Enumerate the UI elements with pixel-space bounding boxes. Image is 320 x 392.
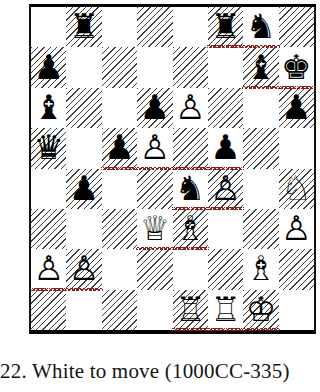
- square-a1: [31, 290, 66, 330]
- square-h5: [279, 128, 314, 168]
- square-e6: ♙: [173, 88, 208, 128]
- piece-black-pawn: ♟: [140, 90, 170, 124]
- piece-black-bishop: ♝: [33, 90, 63, 124]
- square-b6: [66, 88, 101, 128]
- chess-board-frame: ♜♜♞♟♝♚♝♟♙♟♛♟♙♟♟♞♙♘♕♗♙♙♙♗♖♖♔: [29, 4, 316, 334]
- square-c1: [102, 290, 137, 330]
- square-c2: [102, 249, 137, 289]
- square-g1: ♔: [243, 290, 278, 330]
- square-e1: ♖: [173, 290, 208, 330]
- square-c7: [102, 47, 137, 87]
- square-h7: ♚: [279, 47, 314, 87]
- square-e4: ♞: [173, 169, 208, 209]
- square-f4: ♙: [208, 169, 243, 209]
- square-g3: [243, 209, 278, 249]
- piece-white-queen: ♕: [140, 211, 170, 245]
- piece-white-pawn: ♙: [281, 211, 311, 245]
- scan-artifact-underline: [207, 207, 244, 210]
- scan-artifact-underline: [172, 207, 209, 210]
- square-a2: ♙: [31, 249, 66, 289]
- piece-white-pawn: ♙: [210, 171, 240, 205]
- piece-white-rook: ♖: [210, 292, 240, 326]
- piece-white-pawn: ♙: [175, 90, 205, 124]
- square-f2: [208, 249, 243, 289]
- square-d5: ♙: [137, 128, 172, 168]
- piece-black-rook: ♜: [210, 9, 240, 43]
- square-g2: ♗: [243, 249, 278, 289]
- square-a5: ♛: [31, 128, 66, 168]
- square-b1: [66, 290, 101, 330]
- square-b8: ♜: [66, 7, 101, 47]
- piece-white-pawn: ♙: [33, 251, 63, 285]
- square-c4: [102, 169, 137, 209]
- piece-black-pawn: ♟: [210, 130, 240, 164]
- piece-black-knight: ♞: [175, 171, 205, 205]
- piece-white-pawn: ♙: [69, 251, 99, 285]
- square-a6: ♝: [31, 88, 66, 128]
- square-d3: ♕: [137, 209, 172, 249]
- square-d4: [137, 169, 172, 209]
- chess-board: ♜♜♞♟♝♚♝♟♙♟♛♟♙♟♟♞♙♘♕♗♙♙♙♗♖♖♔: [31, 7, 314, 330]
- square-c8: [102, 7, 137, 47]
- square-h2: [279, 249, 314, 289]
- square-g5: [243, 128, 278, 168]
- square-f3: [208, 209, 243, 249]
- scan-artifact-underline: [136, 167, 173, 170]
- square-g6: [243, 88, 278, 128]
- scan-artifact-underline: [242, 45, 279, 48]
- square-d2: [137, 249, 172, 289]
- puzzle-caption: 22. White to move (1000CC-335): [0, 359, 320, 384]
- piece-white-bishop: ♗: [246, 251, 276, 285]
- scan-artifact-underline: [207, 167, 244, 170]
- square-b2: ♙: [66, 249, 101, 289]
- piece-black-queen: ♛: [33, 130, 63, 164]
- scan-artifact-underline: [172, 247, 209, 250]
- scan-artifact-underline: [172, 167, 209, 170]
- scan-artifact-underline: [242, 86, 279, 89]
- piece-white-king: ♔: [246, 292, 276, 326]
- square-h1: [279, 290, 314, 330]
- piece-black-pawn: ♟: [69, 171, 99, 205]
- piece-white-pawn: ♙: [140, 130, 170, 164]
- square-d7: [137, 47, 172, 87]
- piece-black-knight: ♞: [246, 9, 276, 43]
- square-h6: ♟: [279, 88, 314, 128]
- square-f5: ♟: [208, 128, 243, 168]
- square-c3: [102, 209, 137, 249]
- piece-black-rook: ♜: [69, 9, 99, 43]
- scan-artifact-underline: [242, 328, 279, 331]
- square-b3: [66, 209, 101, 249]
- piece-white-knight: ♘: [281, 171, 311, 205]
- square-b7: [66, 47, 101, 87]
- scan-artifact-underline: [207, 45, 244, 48]
- square-a8: [31, 7, 66, 47]
- square-g4: [243, 169, 278, 209]
- square-d6: ♟: [137, 88, 172, 128]
- square-a4: [31, 169, 66, 209]
- square-e8: [173, 7, 208, 47]
- piece-black-pawn: ♟: [281, 90, 311, 124]
- square-d1: [137, 290, 172, 330]
- square-b4: ♟: [66, 169, 101, 209]
- scan-artifact-underline: [278, 86, 315, 89]
- piece-black-pawn: ♟: [104, 130, 134, 164]
- square-g8: ♞: [243, 7, 278, 47]
- scan-artifact-underline: [172, 328, 209, 331]
- square-h4: ♘: [279, 169, 314, 209]
- square-a3: [31, 209, 66, 249]
- square-e5: [173, 128, 208, 168]
- square-f8: ♜: [208, 7, 243, 47]
- square-b5: [66, 128, 101, 168]
- scan-artifact-underline: [207, 328, 244, 331]
- square-f7: [208, 47, 243, 87]
- square-d8: [137, 7, 172, 47]
- piece-black-king: ♚: [281, 50, 311, 84]
- square-e3: ♗: [173, 209, 208, 249]
- square-c5: ♟: [102, 128, 137, 168]
- piece-white-rook: ♖: [175, 292, 205, 326]
- piece-black-bishop: ♝: [246, 50, 276, 84]
- square-g7: ♝: [243, 47, 278, 87]
- square-f1: ♖: [208, 290, 243, 330]
- scan-artifact-underline: [30, 288, 67, 291]
- square-c6: [102, 88, 137, 128]
- scan-artifact-underline: [101, 167, 138, 170]
- piece-black-pawn: ♟: [33, 50, 63, 84]
- square-a7: ♟: [31, 47, 66, 87]
- piece-white-bishop: ♗: [175, 211, 205, 245]
- square-f6: [208, 88, 243, 128]
- square-e7: [173, 47, 208, 87]
- scan-artifact-underline: [65, 288, 102, 291]
- square-e2: [173, 249, 208, 289]
- scan-artifact-underline: [136, 247, 173, 250]
- square-h3: ♙: [279, 209, 314, 249]
- square-h8: [279, 7, 314, 47]
